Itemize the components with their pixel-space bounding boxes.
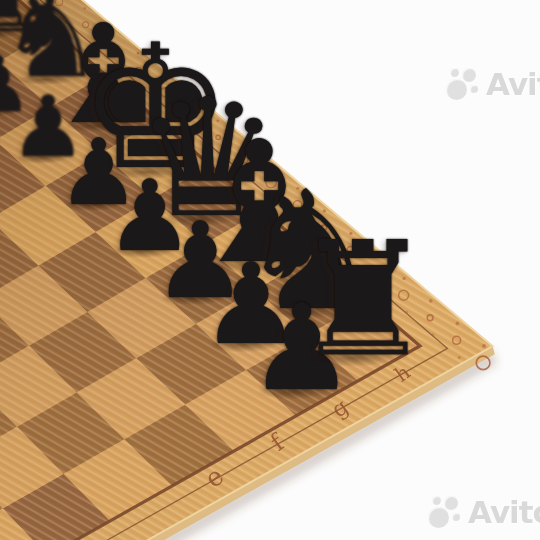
avito-watermark-top: Avito bbox=[446, 66, 540, 102]
product-photo-stage: hgfe ♟︎♜︎♟︎♞︎♟︎♝︎♟︎♚︎♟︎♛︎♟︎♝︎♟︎♞︎♟︎♜︎ Av… bbox=[0, 0, 540, 540]
watermark-text: Avito bbox=[486, 66, 540, 102]
chess-piece-rook-h: ♜︎ bbox=[292, 239, 433, 362]
watermark-text: Avito bbox=[468, 494, 540, 530]
avito-logo-icon bbox=[428, 494, 462, 530]
avito-watermark-bottom: Avito bbox=[428, 494, 540, 530]
avito-logo-icon bbox=[446, 66, 480, 102]
